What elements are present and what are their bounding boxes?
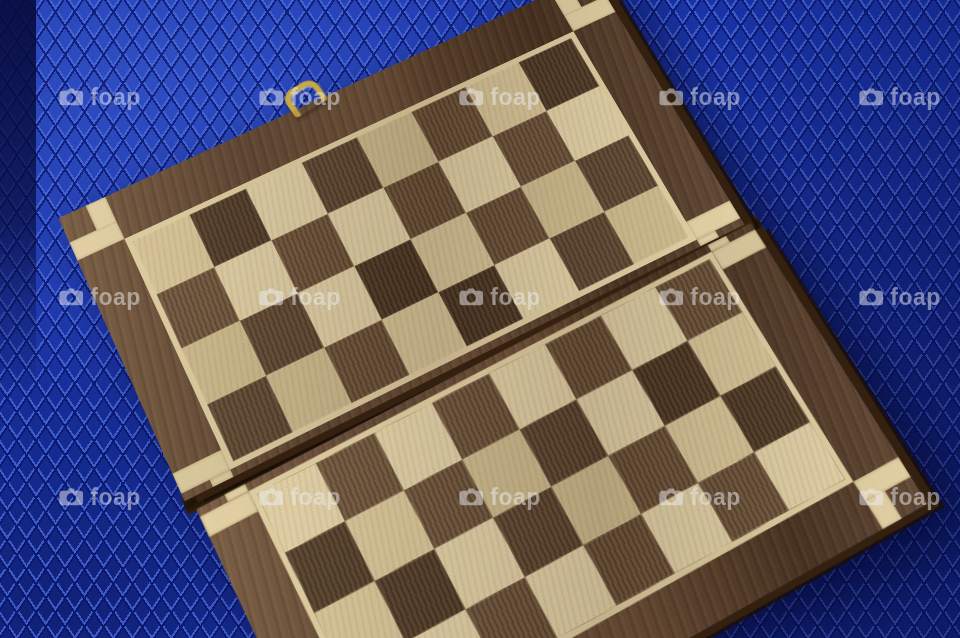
mat-edge-shadow [0, 0, 36, 396]
photo-scene: foapfoapfoapfoapfoapfoapfoapfoapfoapfoap… [0, 0, 960, 638]
